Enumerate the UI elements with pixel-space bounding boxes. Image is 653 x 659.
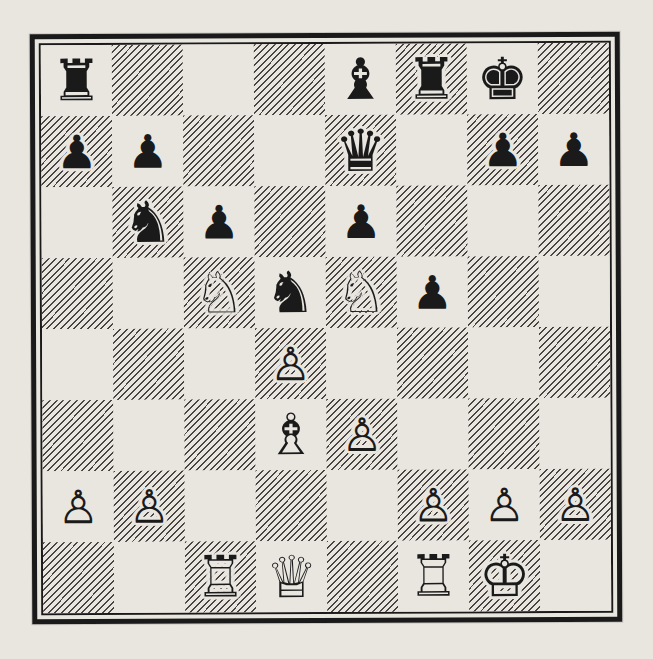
white-king-g1: ♔ bbox=[478, 547, 530, 605]
square-h7[interactable]: ♟ bbox=[538, 114, 609, 185]
square-c3[interactable] bbox=[184, 399, 255, 470]
white-queen-d1: ♕ bbox=[265, 548, 317, 606]
black-king-g8: ♚ bbox=[476, 50, 528, 108]
square-f2[interactable]: ♙ bbox=[398, 469, 469, 540]
square-h2[interactable]: ♙ bbox=[540, 469, 611, 540]
chess-board: ♜♝♜♚♟♟♛♟♟♞♟♟♘♞♘♟♙♗♙♙♙♙♙♙♖♕♖♔ bbox=[41, 43, 611, 613]
square-c6[interactable]: ♟ bbox=[183, 186, 254, 257]
square-d3[interactable]: ♗ bbox=[255, 399, 326, 470]
white-pawn-g2: ♙ bbox=[484, 482, 525, 528]
square-f1[interactable]: ♖ bbox=[398, 540, 469, 611]
black-queen-e7: ♛ bbox=[335, 121, 387, 179]
square-d7[interactable] bbox=[254, 115, 325, 186]
square-c1[interactable]: ♖ bbox=[185, 541, 256, 612]
square-e1[interactable] bbox=[327, 541, 398, 612]
square-c2[interactable] bbox=[185, 470, 256, 541]
square-d8[interactable] bbox=[254, 44, 325, 115]
square-a1[interactable] bbox=[43, 542, 114, 613]
square-d2[interactable] bbox=[256, 470, 327, 541]
square-h6[interactable] bbox=[538, 185, 609, 256]
square-d6[interactable] bbox=[254, 186, 325, 257]
square-c7[interactable] bbox=[183, 115, 254, 186]
white-rook-f1: ♖ bbox=[408, 547, 459, 604]
white-knight-c5: ♘ bbox=[194, 264, 245, 321]
square-g4[interactable] bbox=[468, 327, 539, 398]
black-pawn-c6: ♟ bbox=[198, 199, 239, 245]
square-a7[interactable]: ♟ bbox=[41, 116, 112, 187]
square-d4[interactable]: ♙ bbox=[255, 328, 326, 399]
square-a5[interactable] bbox=[42, 258, 113, 329]
square-f3[interactable] bbox=[397, 398, 468, 469]
black-pawn-b7: ♟ bbox=[127, 128, 168, 174]
square-d5[interactable]: ♞ bbox=[255, 257, 326, 328]
square-e4[interactable] bbox=[326, 328, 397, 399]
square-a2[interactable]: ♙ bbox=[43, 471, 114, 542]
black-pawn-f5: ♟ bbox=[412, 269, 453, 315]
black-knight-d5: ♞ bbox=[265, 264, 316, 321]
square-g5[interactable] bbox=[468, 256, 539, 327]
black-knight-b6: ♞ bbox=[122, 194, 173, 251]
square-g1[interactable]: ♔ bbox=[469, 540, 540, 611]
square-b8[interactable] bbox=[112, 45, 183, 116]
square-g6[interactable] bbox=[467, 185, 538, 256]
white-pawn-a2: ♙ bbox=[58, 483, 99, 529]
square-f5[interactable]: ♟ bbox=[397, 256, 468, 327]
board-frame: ♜♝♜♚♟♟♛♟♟♞♟♟♘♞♘♟♙♗♙♙♙♙♙♙♖♕♖♔ bbox=[30, 32, 623, 625]
black-pawn-g7: ♟ bbox=[482, 127, 523, 173]
white-pawn-b2: ♙ bbox=[129, 483, 170, 529]
square-e8[interactable]: ♝ bbox=[325, 44, 396, 115]
square-e2[interactable] bbox=[327, 470, 398, 541]
black-rook-a8: ♜ bbox=[51, 52, 102, 109]
square-b4[interactable] bbox=[113, 329, 184, 400]
square-a8[interactable]: ♜ bbox=[41, 45, 112, 116]
square-h4[interactable] bbox=[539, 327, 610, 398]
square-h3[interactable] bbox=[539, 398, 610, 469]
square-e7[interactable]: ♛ bbox=[325, 115, 396, 186]
black-pawn-a7: ♟ bbox=[56, 128, 97, 174]
square-f8[interactable]: ♜ bbox=[396, 43, 467, 114]
square-g8[interactable]: ♚ bbox=[467, 43, 538, 114]
square-h5[interactable] bbox=[539, 256, 610, 327]
square-b6[interactable]: ♞ bbox=[112, 187, 183, 258]
square-e5[interactable]: ♘ bbox=[326, 257, 397, 328]
square-b7[interactable]: ♟ bbox=[112, 116, 183, 187]
black-bishop-e8: ♝ bbox=[335, 51, 386, 108]
square-g3[interactable] bbox=[468, 398, 539, 469]
square-a6[interactable] bbox=[41, 187, 112, 258]
square-d1[interactable]: ♕ bbox=[256, 541, 327, 612]
white-bishop-d3: ♗ bbox=[265, 406, 316, 463]
board-inner-border: ♜♝♜♚♟♟♛♟♟♞♟♟♘♞♘♟♙♗♙♙♙♙♙♙♖♕♖♔ bbox=[39, 41, 613, 615]
square-b5[interactable] bbox=[113, 258, 184, 329]
square-e3[interactable]: ♙ bbox=[326, 399, 397, 470]
white-pawn-e3: ♙ bbox=[341, 411, 382, 457]
square-a4[interactable] bbox=[42, 329, 113, 400]
square-b2[interactable]: ♙ bbox=[114, 471, 185, 542]
square-c8[interactable] bbox=[183, 44, 254, 115]
square-f6[interactable] bbox=[396, 185, 467, 256]
square-g2[interactable]: ♙ bbox=[469, 469, 540, 540]
white-knight-e5: ♘ bbox=[336, 264, 387, 321]
square-f4[interactable] bbox=[397, 327, 468, 398]
white-pawn-h2: ♙ bbox=[555, 481, 596, 527]
square-h1[interactable] bbox=[540, 540, 611, 611]
square-a3[interactable] bbox=[42, 400, 113, 471]
square-h8[interactable] bbox=[538, 43, 609, 114]
white-pawn-d4: ♙ bbox=[270, 341, 311, 387]
white-pawn-f2: ♙ bbox=[413, 482, 454, 528]
square-c5[interactable]: ♘ bbox=[184, 257, 255, 328]
square-c4[interactable] bbox=[184, 328, 255, 399]
black-rook-f8: ♜ bbox=[406, 50, 457, 107]
scanned-page: ♜♝♜♚♟♟♛♟♟♞♟♟♘♞♘♟♙♗♙♙♙♙♙♙♖♕♖♔ bbox=[0, 0, 653, 659]
square-e6[interactable]: ♟ bbox=[325, 186, 396, 257]
square-b3[interactable] bbox=[113, 400, 184, 471]
square-b1[interactable] bbox=[114, 542, 185, 613]
square-f7[interactable] bbox=[396, 114, 467, 185]
black-pawn-h7: ♟ bbox=[553, 126, 594, 172]
white-rook-c1: ♖ bbox=[195, 548, 246, 605]
black-pawn-e6: ♟ bbox=[340, 198, 381, 244]
square-g7[interactable]: ♟ bbox=[467, 114, 538, 185]
